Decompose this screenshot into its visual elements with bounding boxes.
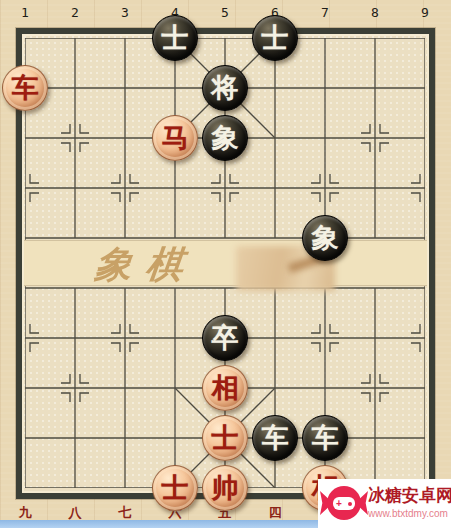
watermark-badge: + 冰糖安卓网 www.btxtdmy.com xyxy=(318,479,451,528)
file-label-top-2: 2 xyxy=(65,5,85,20)
file-label-top-3: 3 xyxy=(115,5,135,20)
piece-glyph: 车 xyxy=(262,420,289,456)
piece-glyph: 士 xyxy=(262,20,289,56)
piece-glyph: 象 xyxy=(212,120,239,156)
candy-logo-icon: + xyxy=(320,483,368,523)
file-label-top-5: 5 xyxy=(215,5,235,20)
piece-red-advisor-f5r8[interactable]: 士 xyxy=(202,415,248,461)
piece-red-elephant-f5r7[interactable]: 相 xyxy=(202,365,248,411)
gamepad-dot xyxy=(348,502,352,506)
piece-glyph: 士 xyxy=(162,20,189,56)
piece-glyph: 车 xyxy=(312,420,339,456)
gamepad-plus: + xyxy=(336,499,342,509)
piece-glyph: 士 xyxy=(162,470,189,506)
piece-red-general-f5r9[interactable]: 帅 xyxy=(202,465,248,511)
piece-black-general-f5r1[interactable]: 将 xyxy=(202,65,248,111)
piece-red-chariot-f1r1[interactable]: 车 xyxy=(2,65,48,111)
xiangqi-board-screenshot: 123456789 象棋 士士车将马象象卒相士车车士帅相 九八七六五四三二一 xyxy=(0,0,451,528)
piece-black-chariot-f6r8[interactable]: 车 xyxy=(252,415,298,461)
piece-black-advisor-f4r0[interactable]: 士 xyxy=(152,15,198,61)
file-label-top-1: 1 xyxy=(15,5,35,20)
file-label-top-8: 8 xyxy=(365,5,385,20)
piece-black-soldier-f5r6[interactable]: 卒 xyxy=(202,315,248,361)
piece-glyph: 士 xyxy=(212,420,239,456)
piece-glyph: 将 xyxy=(212,70,239,106)
piece-black-elephant-f5r2[interactable]: 象 xyxy=(202,115,248,161)
piece-glyph: 帅 xyxy=(212,470,239,506)
watermark-site-url: www.btxtdmy.com xyxy=(368,508,450,519)
piece-glyph: 卒 xyxy=(212,320,239,356)
piece-glyph: 马 xyxy=(162,120,189,156)
river-inscription: 象棋 xyxy=(93,244,247,284)
piece-red-advisor-f4r9[interactable]: 士 xyxy=(152,465,198,511)
piece-black-advisor-f6r0[interactable]: 士 xyxy=(252,15,298,61)
piece-glyph: 象 xyxy=(312,220,339,256)
piece-red-horse-f4r2[interactable]: 马 xyxy=(152,115,198,161)
file-label-top-9: 9 xyxy=(415,5,435,20)
piece-black-elephant-f7r4[interactable]: 象 xyxy=(302,215,348,261)
piece-glyph: 相 xyxy=(212,370,239,406)
piece-black-chariot-f7r8[interactable]: 车 xyxy=(302,415,348,461)
watermark-site-name: 冰糖安卓网 xyxy=(368,484,450,507)
file-label-top-7: 7 xyxy=(315,5,335,20)
piece-glyph: 车 xyxy=(12,70,39,106)
